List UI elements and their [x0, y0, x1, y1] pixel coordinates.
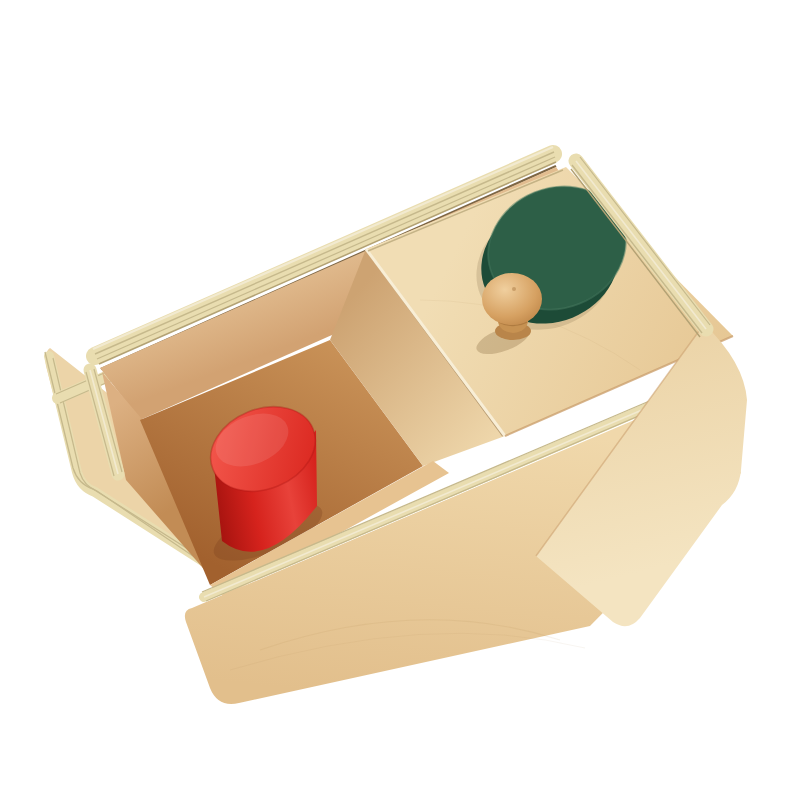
montessori-box-illustration: [0, 0, 800, 800]
knob-cap: [482, 273, 542, 325]
product-photo: [0, 0, 800, 800]
knob-cap-dot: [512, 287, 516, 291]
